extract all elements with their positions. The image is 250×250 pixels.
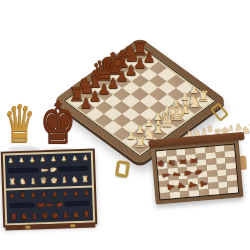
travel-lying-dark-piece: ♝: [171, 170, 181, 180]
tray-piece: ♜: [81, 176, 88, 184]
tray-piece: ♟: [82, 155, 88, 161]
tray-piece: ♟: [40, 156, 46, 162]
tray-piece: ♟: [84, 190, 90, 196]
tray-piece: ♞: [19, 178, 26, 186]
tray-piece: ♛: [40, 177, 47, 185]
board-square: [218, 187, 228, 194]
tray-slot: [58, 166, 88, 172]
brass-latch-icon: [210, 102, 229, 121]
tray-lying-piece: ♞: [49, 166, 57, 173]
case-dark-pieces-tray: ♟♟♟♟♟♟♟♟♜♝♞♜♞♝♛♚♝♞♜: [6, 187, 93, 223]
tray-slot: [8, 167, 38, 173]
tray-piece: ♟: [20, 192, 26, 198]
tray-piece: ♟: [52, 191, 58, 197]
folded-travel-board: ♚♛♜♜♝♝♞♞♟♟♟♟♟♞♝♜♛♚♝♟♞♜♟: [150, 132, 244, 207]
closeup-light-queen-piece: ♛: [4, 98, 36, 150]
tray-piece: ♟: [41, 191, 47, 197]
tray-piece: ♚: [50, 177, 57, 185]
board-square: [179, 191, 189, 198]
travel-lying-dark-piece: ♛: [166, 158, 176, 167]
travel-lying-dark-piece: ♟: [187, 181, 197, 190]
case-light-pieces-tray: ♟♟♟♟♟♟♟♟♝♞♜♞♝♛♚♝♞♜: [5, 153, 92, 189]
travel-standing-light-piece: ♜: [248, 124, 250, 133]
tray-lying-piece: ♞: [55, 200, 63, 207]
board-square: [170, 192, 180, 199]
tray-piece: ♝: [61, 176, 68, 184]
tray-piece: ♟: [72, 155, 78, 161]
board-square: [208, 188, 218, 195]
travel-lying-dark-piece: ♞: [193, 168, 203, 177]
brass-hinge-icon: [70, 224, 75, 227]
tray-piece: ♟: [51, 156, 57, 162]
tray-piece: ♜: [9, 178, 16, 186]
tray-lying-piece: ♜: [36, 201, 44, 208]
travel-lying-dark-piece: ♜: [178, 158, 187, 166]
tray-slot: [10, 203, 35, 209]
tray-piece: ♜: [10, 213, 17, 221]
case-interior: ♟♟♟♟♟♟♟♟♝♞♜♞♝♛♚♝♞♜ ♟♟♟♟♟♟♟♟♜♝♞♜♞♝♛♚♝♞♜: [5, 153, 93, 224]
board-square: [228, 187, 238, 194]
brass-hinge-icon: [25, 226, 30, 229]
tray-piece: ♞: [20, 213, 27, 221]
tray-piece: ♟: [61, 155, 67, 161]
tray-lying-piece: ♝: [40, 166, 48, 173]
travel-lying-dark-piece: ♜: [188, 156, 198, 165]
travel-lying-dark-piece: ♞: [183, 169, 192, 178]
closeup-dark-king-piece: ♚: [40, 94, 76, 152]
travel-lying-dark-piece: ♟: [176, 181, 186, 191]
brass-handle-icon: [115, 160, 130, 178]
tray-lying-piece: ♝: [45, 201, 53, 208]
tray-piece: ♝: [31, 212, 38, 220]
travel-lying-dark-piece: ♟: [165, 182, 175, 192]
tray-piece: ♟: [19, 157, 25, 163]
tray-piece: ♟: [73, 190, 79, 196]
tray-piece: ♟: [62, 190, 68, 196]
tray-piece: ♛: [41, 212, 48, 220]
board-square: [189, 190, 199, 197]
case-rim: ♟♟♟♟♟♟♟♟♝♞♜♞♝♛♚♝♞♜ ♟♟♟♟♟♟♟♟♜♝♞♜♞♝♛♚♝♞♜: [3, 150, 95, 225]
open-storage-case: ♟♟♟♟♟♟♟♟♝♞♜♞♝♛♚♝♞♜ ♟♟♟♟♟♟♟♟♜♝♞♜♞♝♛♚♝♞♜: [1, 148, 98, 227]
tray-piece: ♟: [9, 192, 15, 198]
tray-piece: ♚: [51, 212, 58, 220]
tray-piece: ♟: [29, 156, 35, 162]
tray-piece: ♜: [83, 211, 90, 219]
tray-piece: ♞: [72, 211, 79, 219]
tray-piece: ♟: [8, 157, 14, 163]
chess-set-product-photo: ♜♞♝♛♚♝♞♜♟♟♟♟♟♟♟♟♟♟♟♟♟♟♟♟♜♞♝♛♚♝♞♜ ♛ ♚ ♟♟♟…: [0, 0, 250, 250]
board-square: [160, 192, 170, 199]
tray-piece: ♝: [29, 177, 36, 185]
tray-piece: ♞: [71, 176, 78, 184]
tray-piece: ♝: [62, 211, 69, 219]
travel-lying-dark-piece: ♟: [199, 180, 208, 188]
board-square: [199, 189, 209, 196]
tray-piece: ♟: [30, 191, 36, 197]
tray-slot: [64, 201, 89, 207]
